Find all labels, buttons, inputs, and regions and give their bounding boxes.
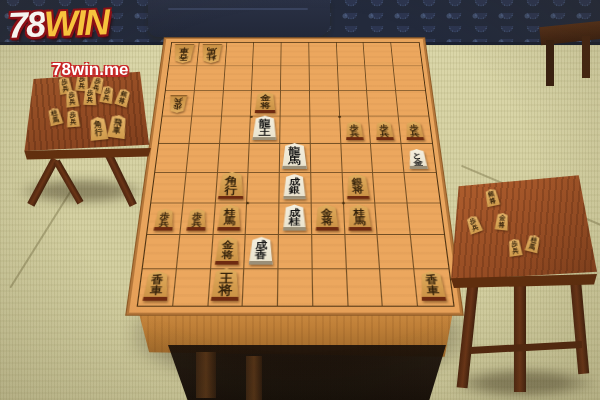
shogi-scene: 香車桂馬歩兵金将龍王歩兵歩兵歩兵龍馬と金角行成銀銀将歩兵歩兵桂馬成桂金将桂馬金将… [0, 0, 600, 400]
site-logo: 78WIN [7, 4, 108, 43]
site-domain-watermark: 78win.me [52, 60, 129, 80]
logo-win: WIN [43, 1, 108, 44]
logo-78: 78 [7, 4, 44, 46]
